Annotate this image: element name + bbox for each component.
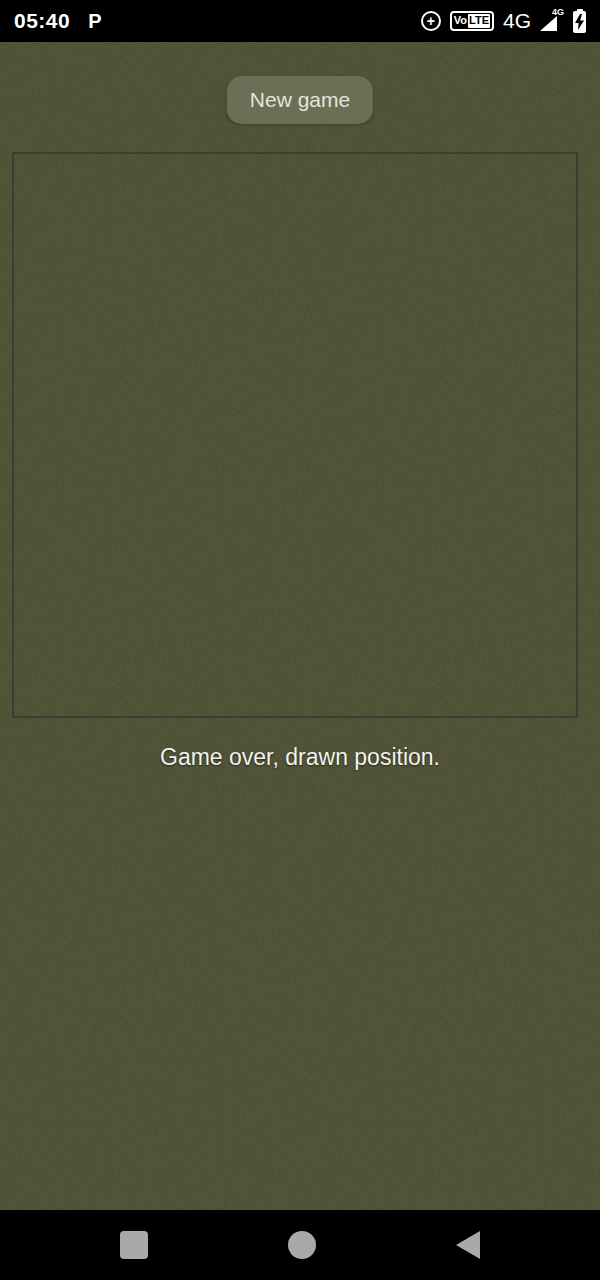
data-saver-icon: + xyxy=(421,11,441,31)
back-button[interactable] xyxy=(456,1231,480,1259)
status-bar: 05:40 P + VoLTE 4G 4G xyxy=(0,0,600,42)
recents-button[interactable] xyxy=(120,1231,148,1259)
game-status-message: Game over, drawn position. xyxy=(0,744,600,771)
battery-charging-icon xyxy=(573,9,586,33)
chess-board[interactable] xyxy=(12,152,578,718)
network-type-label: 4G xyxy=(503,9,531,33)
volte-icon: VoLTE xyxy=(450,11,494,30)
app-screen: 05:40 P + VoLTE 4G 4G New game Game over… xyxy=(0,0,600,1280)
signal-triangle-icon xyxy=(540,16,557,31)
signal-strength-icon: 4G xyxy=(540,9,564,33)
home-button[interactable] xyxy=(288,1231,316,1259)
volte-vo-label: Vo xyxy=(454,14,467,27)
new-game-label: New game xyxy=(250,88,350,112)
volte-lte-label: LTE xyxy=(468,14,490,27)
notification-icon: P xyxy=(88,10,101,33)
clock: 05:40 xyxy=(14,9,70,33)
android-nav-bar xyxy=(0,1210,600,1280)
new-game-button[interactable]: New game xyxy=(227,76,373,124)
